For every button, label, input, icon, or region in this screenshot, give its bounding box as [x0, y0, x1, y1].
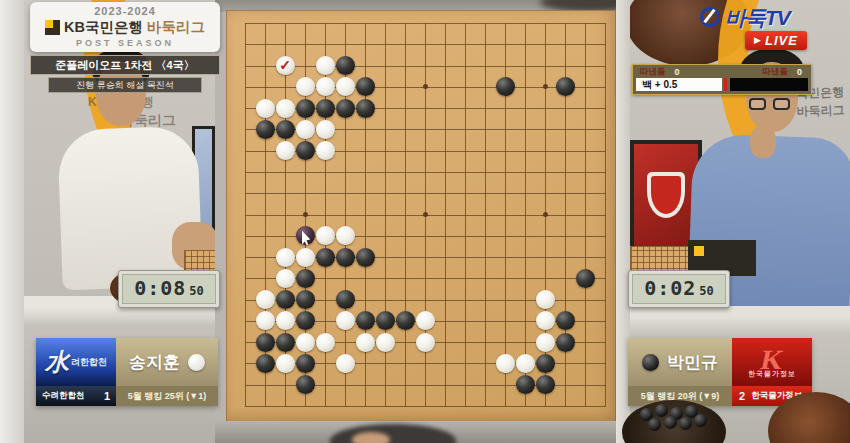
- white-team-score: 1: [104, 390, 110, 402]
- score-panel: 따낸돌 0 따낸돌 0 백 + 0.5: [632, 64, 812, 95]
- stone-white: [276, 354, 295, 373]
- stone-black: [296, 354, 315, 373]
- stone-white: [276, 248, 295, 267]
- score-divider: [724, 78, 727, 91]
- stone-black: [316, 99, 335, 118]
- stone-black: [496, 77, 515, 96]
- stone-white: [376, 333, 395, 352]
- stone-white: [416, 311, 435, 330]
- stone-white: [256, 311, 275, 330]
- stone-white: [296, 77, 315, 96]
- kb-league-logo-icon: [45, 20, 60, 35]
- team-shield-logo: [647, 172, 685, 218]
- clock-time: 0:08: [134, 278, 186, 298]
- black-player-clock: 0:02 50: [628, 270, 730, 308]
- stone-white: [316, 226, 335, 245]
- stone-white: ✓: [276, 56, 295, 75]
- score-estimate: 백 + 0.5: [636, 78, 722, 91]
- stone-black: [296, 269, 315, 288]
- stone-white: [516, 354, 535, 373]
- stone-white: [336, 311, 355, 330]
- stone-white: [316, 141, 335, 160]
- stone-white: [256, 290, 275, 309]
- stone-black: [336, 248, 355, 267]
- clock-time: 0:02: [644, 278, 696, 298]
- stone-black: [276, 290, 295, 309]
- badukTV-circle-icon: [700, 7, 720, 27]
- black-score-bar: [730, 78, 808, 91]
- stone-white: [416, 333, 435, 352]
- check-marker: ✓: [276, 56, 295, 75]
- league-name: KB국민은행: [64, 18, 143, 37]
- white-player-name: 송지훈: [129, 351, 180, 374]
- captures-label-white: 따낸돌: [640, 66, 666, 78]
- stone-white: [316, 333, 335, 352]
- clock-byoyomi: 50: [189, 284, 203, 298]
- season-label: 2023-2024: [34, 5, 216, 17]
- mouse-cursor: [302, 230, 313, 245]
- captures-count-black: 0: [797, 67, 802, 77]
- stone-black: [296, 226, 315, 245]
- live-badge: ▶ LIVE: [745, 31, 807, 50]
- left-wall-strip: [0, 0, 24, 443]
- stone-white: [316, 77, 335, 96]
- team-logo-text: 려한합천: [71, 356, 107, 369]
- black-player-name: 박민규: [667, 351, 718, 374]
- stone-black: [556, 333, 575, 352]
- stone-white: [536, 290, 555, 309]
- monitor-screen: [634, 144, 698, 254]
- stone-black: [356, 77, 375, 96]
- stone-white: [356, 333, 375, 352]
- stone-black: [356, 248, 375, 267]
- black-player-panel: 박민규 K 한국물가정보 5월 랭킹 20위 (▼9) 2 한국물가정보: [628, 338, 812, 406]
- stone-black: [536, 354, 555, 373]
- stone-white: [296, 120, 315, 139]
- white-team-name: 수려한합천: [42, 390, 85, 402]
- stone-white: [276, 99, 295, 118]
- stone-black: [396, 311, 415, 330]
- captures-count-white: 0: [675, 67, 680, 77]
- stone-white: [276, 141, 295, 160]
- stone-black: [376, 311, 395, 330]
- stone-white: [536, 311, 555, 330]
- commentary-staff: 진행 류승희 해설 목진석: [48, 77, 202, 93]
- stone-black: [296, 311, 315, 330]
- stone-white: [336, 354, 355, 373]
- stone-white: [316, 120, 335, 139]
- stone-black: [356, 99, 375, 118]
- stone-black: [556, 77, 575, 96]
- stone-black: [276, 333, 295, 352]
- channel-name: 바둑TV: [725, 4, 790, 32]
- stone-white: [276, 311, 295, 330]
- stone-black: [296, 141, 315, 160]
- match-title: 준플레이오프 1차전 〈4국〉: [30, 55, 220, 75]
- captures-label-black: 따낸돌: [762, 66, 788, 78]
- stone-white: [296, 248, 315, 267]
- team-logo-text: 한국물가정보: [732, 369, 812, 379]
- stone-black: [536, 375, 555, 394]
- play-icon: ▶: [754, 36, 761, 45]
- black-player-hand: [750, 126, 776, 158]
- black-team-score: 2: [739, 390, 745, 402]
- black-player-name-box: 박민규: [628, 338, 732, 386]
- stone-white: [276, 269, 295, 288]
- stone-black: [576, 269, 595, 288]
- white-player-panel: 水 려한합천 송지훈 수려한합천 1 5월 랭킹 25위 (▼1): [36, 338, 218, 406]
- white-team-logo: 水 려한합천: [36, 338, 116, 386]
- white-team-score-bar: 수려한합천 1: [36, 386, 116, 406]
- white-player-rank: 5월 랭킹 25위 (▼1): [116, 386, 218, 406]
- stone-black: [256, 354, 275, 373]
- stone-white: [336, 77, 355, 96]
- team-logo-hanja: 水: [45, 346, 69, 378]
- stone-black: [296, 375, 315, 394]
- white-player-clock: 0:08 50: [118, 270, 220, 308]
- stone-black: [556, 311, 575, 330]
- broadcast-frame: KB국민은행 바둑리그 2023-2024 KB국민은행 바둑리그 POST S…: [0, 0, 850, 443]
- white-player-name-box: 송지훈: [116, 338, 218, 386]
- stone-white: [316, 56, 335, 75]
- stone-white: [536, 333, 555, 352]
- stone-black: [296, 290, 315, 309]
- stone-black: [356, 311, 375, 330]
- stone-black: [256, 120, 275, 139]
- white-stone-icon: [188, 354, 205, 371]
- stone-white: [296, 333, 315, 352]
- black-team-logo: K 한국물가정보: [732, 338, 812, 386]
- stone-black: [336, 290, 355, 309]
- post-season-label: POST SEASON: [34, 38, 216, 48]
- black-stone-icon: [642, 354, 659, 371]
- stone-white: [256, 99, 275, 118]
- stone-black: [276, 120, 295, 139]
- league-card: 2023-2024 KB국민은행 바둑리그 POST SEASON: [30, 2, 220, 52]
- stone-black: [296, 99, 315, 118]
- stone-black: [316, 248, 335, 267]
- league-name-suffix: 바둑리그: [147, 18, 205, 37]
- glasses: [749, 98, 795, 111]
- stone-white: [496, 354, 515, 373]
- live-label: LIVE: [765, 33, 798, 48]
- channel-logo: 바둑TV: [700, 4, 830, 32]
- stone-black: [336, 99, 355, 118]
- stone-white: [336, 226, 355, 245]
- tournament-banner: 2023-2024 KB국민은행 바둑리그 POST SEASON 준플레이오프…: [30, 2, 220, 93]
- stone-black: [256, 333, 275, 352]
- go-board-grid: ✓: [245, 23, 606, 407]
- stone-black: [336, 56, 355, 75]
- blurred-foreground-hand: [352, 432, 390, 443]
- stone-black: [516, 375, 535, 394]
- clock-byoyomi: 50: [699, 284, 713, 298]
